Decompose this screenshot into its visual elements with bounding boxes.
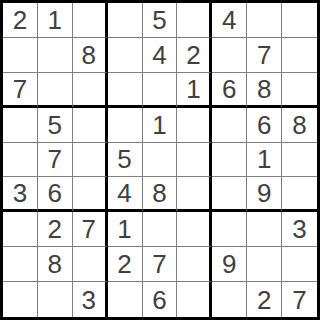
sudoku-cell-given-r3c1: 7 bbox=[3, 73, 38, 108]
sudoku-cell-empty-r9c6[interactable] bbox=[177, 282, 212, 317]
sudoku-cell-empty-r9c4[interactable] bbox=[108, 282, 143, 317]
sudoku-cell-given-r1c1: 2 bbox=[3, 3, 38, 38]
sudoku-cell-empty-r4c3[interactable] bbox=[73, 108, 108, 143]
sudoku-cell-empty-r2c4[interactable] bbox=[108, 38, 143, 73]
sudoku-cell-empty-r6c7[interactable] bbox=[212, 177, 247, 212]
sudoku-cell-empty-r9c1[interactable] bbox=[3, 282, 38, 317]
sudoku-cell-empty-r3c2[interactable] bbox=[38, 73, 73, 108]
sudoku-cell-empty-r1c9[interactable] bbox=[282, 3, 317, 38]
sudoku-cell-empty-r1c6[interactable] bbox=[177, 3, 212, 38]
sudoku-cell-empty-r6c9[interactable] bbox=[282, 177, 317, 212]
sudoku-cell-empty-r8c9[interactable] bbox=[282, 247, 317, 282]
sudoku-cell-given-r8c5: 7 bbox=[143, 247, 178, 282]
sudoku-board: 215484277168516875136489271382793627 bbox=[0, 0, 320, 320]
sudoku-cell-given-r5c2: 7 bbox=[38, 143, 73, 178]
sudoku-cell-given-r1c5: 5 bbox=[143, 3, 178, 38]
sudoku-cell-given-r7c4: 1 bbox=[108, 212, 143, 247]
sudoku-cell-empty-r6c6[interactable] bbox=[177, 177, 212, 212]
sudoku-cell-given-r9c9: 7 bbox=[282, 282, 317, 317]
sudoku-cell-empty-r3c3[interactable] bbox=[73, 73, 108, 108]
sudoku-cell-given-r2c6: 2 bbox=[177, 38, 212, 73]
sudoku-cell-empty-r7c1[interactable] bbox=[3, 212, 38, 247]
sudoku-cell-given-r4c2: 5 bbox=[38, 108, 73, 143]
sudoku-cell-empty-r5c3[interactable] bbox=[73, 143, 108, 178]
sudoku-cell-given-r4c8: 6 bbox=[247, 108, 282, 143]
sudoku-cell-given-r8c2: 8 bbox=[38, 247, 73, 282]
sudoku-cell-empty-r3c5[interactable] bbox=[143, 73, 178, 108]
sudoku-cell-empty-r4c6[interactable] bbox=[177, 108, 212, 143]
sudoku-cell-empty-r5c9[interactable] bbox=[282, 143, 317, 178]
sudoku-cell-given-r4c9: 8 bbox=[282, 108, 317, 143]
sudoku-cell-given-r6c5: 8 bbox=[143, 177, 178, 212]
sudoku-cell-empty-r9c7[interactable] bbox=[212, 282, 247, 317]
sudoku-cell-empty-r2c7[interactable] bbox=[212, 38, 247, 73]
sudoku-cell-empty-r5c6[interactable] bbox=[177, 143, 212, 178]
sudoku-cell-given-r7c2: 2 bbox=[38, 212, 73, 247]
sudoku-cell-empty-r7c7[interactable] bbox=[212, 212, 247, 247]
sudoku-cell-empty-r2c1[interactable] bbox=[3, 38, 38, 73]
sudoku-cell-given-r8c4: 2 bbox=[108, 247, 143, 282]
sudoku-cell-given-r9c8: 2 bbox=[247, 282, 282, 317]
sudoku-cell-given-r6c8: 9 bbox=[247, 177, 282, 212]
sudoku-cell-given-r9c5: 6 bbox=[143, 282, 178, 317]
sudoku-cell-empty-r5c1[interactable] bbox=[3, 143, 38, 178]
sudoku-cell-given-r2c5: 4 bbox=[143, 38, 178, 73]
sudoku-cell-given-r2c3: 8 bbox=[73, 38, 108, 73]
sudoku-cell-empty-r4c4[interactable] bbox=[108, 108, 143, 143]
sudoku-cell-given-r3c8: 8 bbox=[247, 73, 282, 108]
sudoku-cell-empty-r8c8[interactable] bbox=[247, 247, 282, 282]
sudoku-cell-given-r7c3: 7 bbox=[73, 212, 108, 247]
sudoku-cell-empty-r4c7[interactable] bbox=[212, 108, 247, 143]
sudoku-cell-empty-r8c3[interactable] bbox=[73, 247, 108, 282]
sudoku-cell-empty-r3c9[interactable] bbox=[282, 73, 317, 108]
sudoku-cell-empty-r8c6[interactable] bbox=[177, 247, 212, 282]
sudoku-cell-empty-r1c4[interactable] bbox=[108, 3, 143, 38]
sudoku-cell-empty-r2c9[interactable] bbox=[282, 38, 317, 73]
sudoku-cell-empty-r9c2[interactable] bbox=[38, 282, 73, 317]
sudoku-cell-given-r2c8: 7 bbox=[247, 38, 282, 73]
sudoku-cell-empty-r1c3[interactable] bbox=[73, 3, 108, 38]
sudoku-cell-given-r8c7: 9 bbox=[212, 247, 247, 282]
sudoku-cell-given-r1c2: 1 bbox=[38, 3, 73, 38]
sudoku-cell-empty-r8c1[interactable] bbox=[3, 247, 38, 282]
sudoku-cell-empty-r7c5[interactable] bbox=[143, 212, 178, 247]
sudoku-cell-given-r9c3: 3 bbox=[73, 282, 108, 317]
sudoku-cell-given-r4c5: 1 bbox=[143, 108, 178, 143]
sudoku-cell-empty-r1c8[interactable] bbox=[247, 3, 282, 38]
sudoku-cell-given-r5c4: 5 bbox=[108, 143, 143, 178]
sudoku-cell-given-r5c8: 1 bbox=[247, 143, 282, 178]
sudoku-cell-empty-r4c1[interactable] bbox=[3, 108, 38, 143]
sudoku-cell-empty-r5c7[interactable] bbox=[212, 143, 247, 178]
sudoku-cell-given-r6c1: 3 bbox=[3, 177, 38, 212]
sudoku-cell-given-r6c4: 4 bbox=[108, 177, 143, 212]
sudoku-cell-empty-r7c8[interactable] bbox=[247, 212, 282, 247]
sudoku-cell-empty-r7c6[interactable] bbox=[177, 212, 212, 247]
sudoku-cell-empty-r2c2[interactable] bbox=[38, 38, 73, 73]
sudoku-cell-empty-r3c4[interactable] bbox=[108, 73, 143, 108]
sudoku-cell-given-r1c7: 4 bbox=[212, 3, 247, 38]
sudoku-cell-empty-r5c5[interactable] bbox=[143, 143, 178, 178]
sudoku-cell-given-r3c6: 1 bbox=[177, 73, 212, 108]
sudoku-cell-given-r6c2: 6 bbox=[38, 177, 73, 212]
sudoku-cell-given-r3c7: 6 bbox=[212, 73, 247, 108]
sudoku-cell-empty-r6c3[interactable] bbox=[73, 177, 108, 212]
sudoku-cell-given-r7c9: 3 bbox=[282, 212, 317, 247]
